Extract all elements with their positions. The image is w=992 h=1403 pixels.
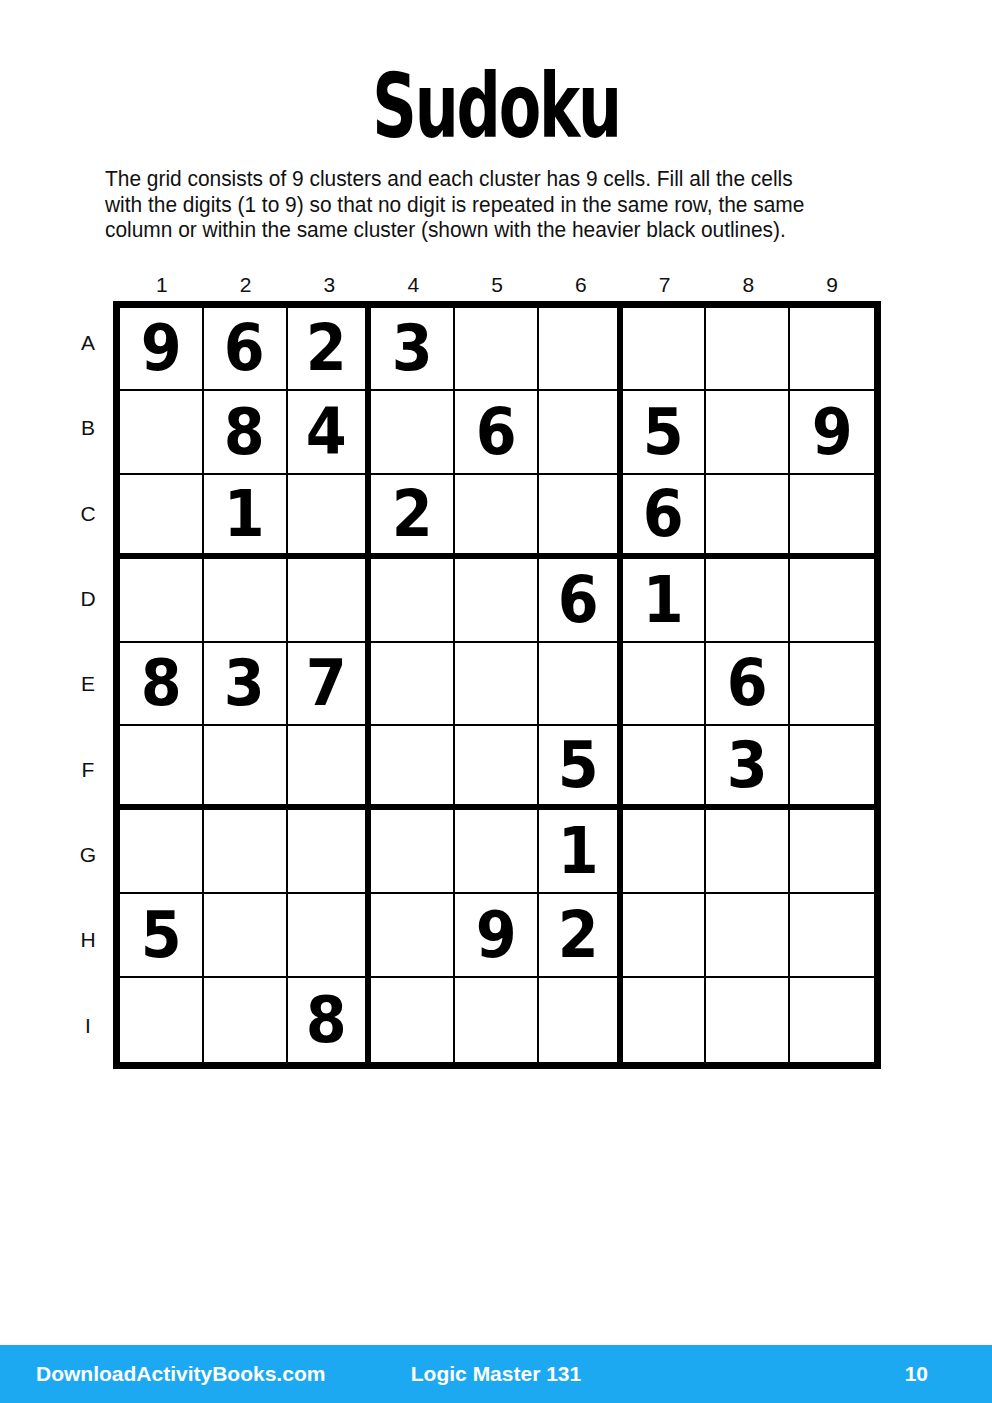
row-label-D: D <box>65 556 111 641</box>
footer-website: DownloadActivityBooks.com <box>36 1362 325 1386</box>
cell-E7[interactable] <box>623 643 707 727</box>
row-label-I: I <box>65 983 111 1068</box>
given-digit: 8 <box>140 651 181 715</box>
cell-C3[interactable] <box>288 475 372 559</box>
cell-I3: 8 <box>288 978 372 1062</box>
cell-C5[interactable] <box>455 475 539 559</box>
cell-H2[interactable] <box>204 894 288 978</box>
cell-I8[interactable] <box>706 978 790 1062</box>
cell-F8: 3 <box>706 726 790 810</box>
cell-C7: 6 <box>623 475 707 559</box>
given-digit: 1 <box>224 482 265 546</box>
cell-F6: 5 <box>539 726 623 810</box>
cell-C1[interactable] <box>120 475 204 559</box>
given-digit: 7 <box>306 651 347 715</box>
footer-bar: DownloadActivityBooks.com Logic Master 1… <box>0 1345 992 1403</box>
column-label-9: 9 <box>790 273 874 297</box>
given-digit: 9 <box>812 400 853 464</box>
cell-G5[interactable] <box>455 810 539 894</box>
cell-B1[interactable] <box>120 391 204 475</box>
given-digit: 6 <box>224 316 265 380</box>
given-digit: 6 <box>727 651 768 715</box>
footer-page-number: 10 <box>905 1362 928 1386</box>
cell-C6[interactable] <box>539 475 623 559</box>
given-digit: 9 <box>476 903 517 967</box>
column-label-8: 8 <box>706 273 790 297</box>
cell-E5[interactable] <box>455 643 539 727</box>
given-digit: 8 <box>224 400 265 464</box>
cell-C9[interactable] <box>790 475 874 559</box>
cell-D8[interactable] <box>706 559 790 643</box>
given-digit: 2 <box>306 316 347 380</box>
row-label-G: G <box>65 812 111 897</box>
given-digit: 9 <box>140 316 181 380</box>
cell-G3[interactable] <box>288 810 372 894</box>
column-label-2: 2 <box>204 273 288 297</box>
row-labels: ABCDEFGHI <box>65 301 111 1069</box>
cell-C4: 2 <box>371 475 455 559</box>
cell-B4[interactable] <box>371 391 455 475</box>
cell-H5: 9 <box>455 894 539 978</box>
instructions: The grid consists of 9 clusters and each… <box>105 166 884 243</box>
cell-E1: 8 <box>120 643 204 727</box>
cell-F5[interactable] <box>455 726 539 810</box>
cell-A5[interactable] <box>455 308 539 392</box>
cell-G2[interactable] <box>204 810 288 894</box>
row-label-F: F <box>65 727 111 812</box>
cell-G8[interactable] <box>706 810 790 894</box>
given-digit: 1 <box>643 568 684 632</box>
cell-B6[interactable] <box>539 391 623 475</box>
cell-F1[interactable] <box>120 726 204 810</box>
row-label-B: B <box>65 386 111 471</box>
cell-H3[interactable] <box>288 894 372 978</box>
cell-H9[interactable] <box>790 894 874 978</box>
cell-A9[interactable] <box>790 308 874 392</box>
cell-D7: 1 <box>623 559 707 643</box>
sudoku-board: 9623846591266183765315928 <box>113 301 881 1069</box>
instructions-line-1: The grid consists of 9 clusters and each… <box>105 166 884 192</box>
given-digit: 3 <box>224 651 265 715</box>
cell-D1[interactable] <box>120 559 204 643</box>
cell-B9: 9 <box>790 391 874 475</box>
instructions-line-3: column or within the same cluster (shown… <box>105 217 884 243</box>
cell-I4[interactable] <box>371 978 455 1062</box>
cell-D4[interactable] <box>371 559 455 643</box>
cell-E2: 3 <box>204 643 288 727</box>
cell-B5: 6 <box>455 391 539 475</box>
cell-D2[interactable] <box>204 559 288 643</box>
given-digit: 4 <box>306 400 347 464</box>
cell-B8[interactable] <box>706 391 790 475</box>
given-digit: 5 <box>643 400 684 464</box>
cell-A4: 3 <box>371 308 455 392</box>
cell-A1: 9 <box>120 308 204 392</box>
cell-I2[interactable] <box>204 978 288 1062</box>
cell-B7: 5 <box>623 391 707 475</box>
given-digit: 3 <box>392 316 433 380</box>
cell-A2: 6 <box>204 308 288 392</box>
cell-G7[interactable] <box>623 810 707 894</box>
row-label-A: A <box>65 301 111 386</box>
cell-B2: 8 <box>204 391 288 475</box>
row-label-H: H <box>65 898 111 983</box>
given-digit: 1 <box>557 819 598 883</box>
cell-G9[interactable] <box>790 810 874 894</box>
cell-D6: 6 <box>539 559 623 643</box>
cell-F9[interactable] <box>790 726 874 810</box>
cell-E6[interactable] <box>539 643 623 727</box>
cell-F3[interactable] <box>288 726 372 810</box>
cell-I7[interactable] <box>623 978 707 1062</box>
cell-A3: 2 <box>288 308 372 392</box>
cell-I1[interactable] <box>120 978 204 1062</box>
cell-E4[interactable] <box>371 643 455 727</box>
cell-A6[interactable] <box>539 308 623 392</box>
cell-A7[interactable] <box>623 308 707 392</box>
page-title-text: Sudoku <box>372 60 620 152</box>
given-digit: 6 <box>643 482 684 546</box>
column-label-1: 1 <box>120 273 204 297</box>
cell-C8[interactable] <box>706 475 790 559</box>
cell-H8[interactable] <box>706 894 790 978</box>
column-label-7: 7 <box>623 273 707 297</box>
cell-I5[interactable] <box>455 978 539 1062</box>
cell-H1: 5 <box>120 894 204 978</box>
cell-H7[interactable] <box>623 894 707 978</box>
cell-B3: 4 <box>288 391 372 475</box>
row-label-E: E <box>65 642 111 727</box>
given-digit: 2 <box>392 482 433 546</box>
page-title: Sudoku <box>0 0 992 152</box>
cell-F4[interactable] <box>371 726 455 810</box>
given-digit: 6 <box>476 400 517 464</box>
cell-D3[interactable] <box>288 559 372 643</box>
cell-E9[interactable] <box>790 643 874 727</box>
given-digit: 2 <box>557 903 598 967</box>
given-digit: 5 <box>140 903 181 967</box>
given-digit: 5 <box>557 733 598 797</box>
given-digit: 3 <box>727 733 768 797</box>
cell-E8: 6 <box>706 643 790 727</box>
cell-A8[interactable] <box>706 308 790 392</box>
cell-G6: 1 <box>539 810 623 894</box>
cell-C2: 1 <box>204 475 288 559</box>
given-digit: 6 <box>557 568 598 632</box>
given-digit: 8 <box>306 988 347 1052</box>
column-label-3: 3 <box>288 273 372 297</box>
column-label-6: 6 <box>539 273 623 297</box>
cell-G1[interactable] <box>120 810 204 894</box>
row-label-C: C <box>65 471 111 556</box>
cell-H4[interactable] <box>371 894 455 978</box>
cell-G4[interactable] <box>371 810 455 894</box>
footer-book-title: Logic Master 131 <box>411 1362 581 1386</box>
sudoku-board-area: 123456789 ABCDEFGHI 96238465912661837653… <box>113 273 881 1069</box>
instructions-line-2: with the digits (1 to 9) so that no digi… <box>105 192 884 218</box>
cell-D5[interactable] <box>455 559 539 643</box>
cell-F2[interactable] <box>204 726 288 810</box>
column-label-5: 5 <box>455 273 539 297</box>
cell-F7[interactable] <box>623 726 707 810</box>
column-labels: 123456789 <box>120 273 874 297</box>
cell-I6[interactable] <box>539 978 623 1062</box>
cell-E3: 7 <box>288 643 372 727</box>
cell-D9[interactable] <box>790 559 874 643</box>
column-label-4: 4 <box>371 273 455 297</box>
cell-H6: 2 <box>539 894 623 978</box>
cell-I9[interactable] <box>790 978 874 1062</box>
